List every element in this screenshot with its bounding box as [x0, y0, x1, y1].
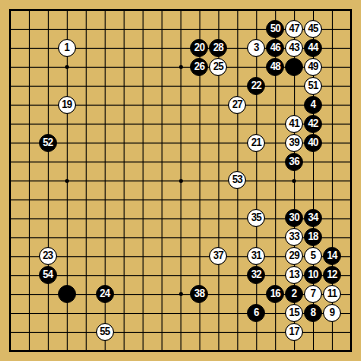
- stone-o3[interactable]: 6: [247, 304, 265, 322]
- stones-layer[interactable]: 1234567891011121314151617181920212223242…: [1, 1, 361, 361]
- stone-q11[interactable]: 36: [285, 153, 303, 171]
- stone-q16[interactable]: [285, 58, 303, 76]
- stone-o8[interactable]: 35: [247, 209, 265, 227]
- stone-d17[interactable]: 1: [58, 39, 76, 57]
- stone-d4[interactable]: [58, 285, 76, 303]
- stone-m6[interactable]: 37: [209, 247, 227, 265]
- stone-p17[interactable]: 46: [266, 39, 284, 57]
- stone-q3[interactable]: 15: [285, 304, 303, 322]
- stone-p16[interactable]: 48: [266, 58, 284, 76]
- stone-q17[interactable]: 43: [285, 39, 303, 57]
- stone-r4[interactable]: 7: [304, 285, 322, 303]
- stone-r3[interactable]: 8: [304, 304, 322, 322]
- stone-l16[interactable]: 26: [190, 58, 208, 76]
- stone-c6[interactable]: 23: [39, 247, 57, 265]
- stone-f4[interactable]: 24: [96, 285, 114, 303]
- stone-o15[interactable]: 22: [247, 77, 265, 95]
- stone-o17[interactable]: 3: [247, 39, 265, 57]
- stone-r18[interactable]: 45: [304, 20, 322, 38]
- stone-m16[interactable]: 25: [209, 58, 227, 76]
- stone-q12[interactable]: 39: [285, 134, 303, 152]
- stone-c5[interactable]: 54: [39, 266, 57, 284]
- stone-p4[interactable]: 16: [266, 285, 284, 303]
- stone-m17[interactable]: 28: [209, 39, 227, 57]
- stone-q4[interactable]: 2: [285, 285, 303, 303]
- stone-n10[interactable]: 53: [228, 171, 246, 189]
- stone-l17[interactable]: 20: [190, 39, 208, 57]
- stone-q5[interactable]: 13: [285, 266, 303, 284]
- stone-o12[interactable]: 21: [247, 134, 265, 152]
- stone-r13[interactable]: 42: [304, 115, 322, 133]
- stone-r6[interactable]: 5: [304, 247, 322, 265]
- stone-q13[interactable]: 41: [285, 115, 303, 133]
- stone-q8[interactable]: 30: [285, 209, 303, 227]
- stone-r7[interactable]: 18: [304, 228, 322, 246]
- stone-q7[interactable]: 33: [285, 228, 303, 246]
- stone-r15[interactable]: 51: [304, 77, 322, 95]
- stone-s5[interactable]: 12: [323, 266, 341, 284]
- stone-r12[interactable]: 40: [304, 134, 322, 152]
- stone-c12[interactable]: 52: [39, 134, 57, 152]
- stone-s6[interactable]: 14: [323, 247, 341, 265]
- stone-r14[interactable]: 4: [304, 96, 322, 114]
- stone-r8[interactable]: 34: [304, 209, 322, 227]
- stone-n14[interactable]: 27: [228, 96, 246, 114]
- stone-p18[interactable]: 50: [266, 20, 284, 38]
- stone-d14[interactable]: 19: [58, 96, 76, 114]
- stone-o5[interactable]: 32: [247, 266, 265, 284]
- stone-o6[interactable]: 31: [247, 247, 265, 265]
- stone-l4[interactable]: 38: [190, 285, 208, 303]
- stone-s3[interactable]: 9: [323, 304, 341, 322]
- go-board[interactable]: 1234567891011121314151617181920212223242…: [0, 0, 361, 361]
- stone-q18[interactable]: 47: [285, 20, 303, 38]
- stone-s4[interactable]: 11: [323, 285, 341, 303]
- stone-r5[interactable]: 10: [304, 266, 322, 284]
- stone-f2[interactable]: 55: [96, 323, 114, 341]
- stone-r16[interactable]: 49: [304, 58, 322, 76]
- stone-r17[interactable]: 44: [304, 39, 322, 57]
- stone-q2[interactable]: 17: [285, 323, 303, 341]
- stone-q6[interactable]: 29: [285, 247, 303, 265]
